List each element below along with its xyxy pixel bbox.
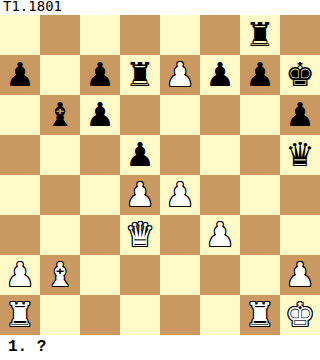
square-f4[interactable] (200, 175, 240, 215)
square-d1[interactable] (120, 295, 160, 335)
square-f1[interactable] (200, 295, 240, 335)
square-b5[interactable] (40, 135, 80, 175)
square-b1[interactable] (40, 295, 80, 335)
piece-black-rook[interactable]: ♜ (245, 15, 275, 55)
piece-white-pawn[interactable]: ♟ (285, 255, 315, 295)
piece-black-king[interactable]: ♚ (285, 55, 315, 95)
piece-black-pawn[interactable]: ♟ (85, 55, 115, 95)
piece-white-bishop[interactable]: ♝ (45, 255, 75, 295)
square-a5[interactable] (0, 135, 40, 175)
square-f7[interactable]: ♟ (200, 55, 240, 95)
square-h5[interactable]: ♛ (280, 135, 320, 175)
square-f6[interactable] (200, 95, 240, 135)
square-e3[interactable] (160, 215, 200, 255)
square-d5[interactable]: ♟ (120, 135, 160, 175)
square-c1[interactable] (80, 295, 120, 335)
square-h6[interactable]: ♟ (280, 95, 320, 135)
square-c8[interactable] (80, 15, 120, 55)
chess-puzzle-window: T1.1801 ♜♟♟♜♟♟♟♚♝♟♟♟♛♟♟♛♟♟♝♟♜♜♚ 1. ? (0, 0, 320, 360)
square-d8[interactable] (120, 15, 160, 55)
square-e6[interactable] (160, 95, 200, 135)
square-g7[interactable]: ♟ (240, 55, 280, 95)
piece-black-rook[interactable]: ♜ (125, 55, 155, 95)
square-e8[interactable] (160, 15, 200, 55)
piece-black-pawn[interactable]: ♟ (5, 55, 35, 95)
piece-white-king[interactable]: ♚ (285, 295, 315, 335)
square-c7[interactable]: ♟ (80, 55, 120, 95)
square-g6[interactable] (240, 95, 280, 135)
piece-white-pawn[interactable]: ♟ (5, 255, 35, 295)
piece-white-rook[interactable]: ♜ (5, 295, 35, 335)
square-a6[interactable] (0, 95, 40, 135)
square-c3[interactable] (80, 215, 120, 255)
square-e2[interactable] (160, 255, 200, 295)
piece-black-queen[interactable]: ♛ (285, 135, 315, 175)
square-b8[interactable] (40, 15, 80, 55)
square-f3[interactable]: ♟ (200, 215, 240, 255)
square-d2[interactable] (120, 255, 160, 295)
square-b7[interactable] (40, 55, 80, 95)
square-c4[interactable] (80, 175, 120, 215)
square-h4[interactable] (280, 175, 320, 215)
square-g5[interactable] (240, 135, 280, 175)
square-e7[interactable]: ♟ (160, 55, 200, 95)
square-a3[interactable] (0, 215, 40, 255)
square-b4[interactable] (40, 175, 80, 215)
square-f2[interactable] (200, 255, 240, 295)
square-g2[interactable] (240, 255, 280, 295)
square-e4[interactable]: ♟ (160, 175, 200, 215)
square-c6[interactable]: ♟ (80, 95, 120, 135)
square-d6[interactable] (120, 95, 160, 135)
square-g4[interactable] (240, 175, 280, 215)
square-d7[interactable]: ♜ (120, 55, 160, 95)
square-f5[interactable] (200, 135, 240, 175)
square-e1[interactable] (160, 295, 200, 335)
square-h8[interactable] (280, 15, 320, 55)
square-a8[interactable] (0, 15, 40, 55)
square-b2[interactable]: ♝ (40, 255, 80, 295)
piece-white-queen[interactable]: ♛ (125, 215, 155, 255)
square-h7[interactable]: ♚ (280, 55, 320, 95)
square-c2[interactable] (80, 255, 120, 295)
piece-white-pawn[interactable]: ♟ (165, 55, 195, 95)
move-prompt: 1. ? (8, 336, 46, 358)
square-b3[interactable] (40, 215, 80, 255)
square-a7[interactable]: ♟ (0, 55, 40, 95)
piece-black-pawn[interactable]: ♟ (205, 55, 235, 95)
square-h2[interactable]: ♟ (280, 255, 320, 295)
piece-black-pawn[interactable]: ♟ (285, 95, 315, 135)
square-g3[interactable] (240, 215, 280, 255)
piece-black-pawn[interactable]: ♟ (125, 135, 155, 175)
square-a4[interactable] (0, 175, 40, 215)
piece-white-rook[interactable]: ♜ (245, 295, 275, 335)
square-f8[interactable] (200, 15, 240, 55)
square-d4[interactable]: ♟ (120, 175, 160, 215)
piece-white-pawn[interactable]: ♟ (165, 175, 195, 215)
square-h3[interactable] (280, 215, 320, 255)
puzzle-id: T1.1801 (3, 0, 62, 15)
chess-board: ♜♟♟♜♟♟♟♚♝♟♟♟♛♟♟♛♟♟♝♟♜♜♚ (0, 15, 320, 335)
square-d3[interactable]: ♛ (120, 215, 160, 255)
piece-white-pawn[interactable]: ♟ (205, 215, 235, 255)
square-a1[interactable]: ♜ (0, 295, 40, 335)
piece-white-pawn[interactable]: ♟ (125, 175, 155, 215)
square-g1[interactable]: ♜ (240, 295, 280, 335)
piece-black-pawn[interactable]: ♟ (245, 55, 275, 95)
square-a2[interactable]: ♟ (0, 255, 40, 295)
square-c5[interactable] (80, 135, 120, 175)
piece-black-pawn[interactable]: ♟ (85, 95, 115, 135)
square-e5[interactable] (160, 135, 200, 175)
square-h1[interactable]: ♚ (280, 295, 320, 335)
piece-black-bishop[interactable]: ♝ (45, 95, 75, 135)
square-g8[interactable]: ♜ (240, 15, 280, 55)
square-b6[interactable]: ♝ (40, 95, 80, 135)
